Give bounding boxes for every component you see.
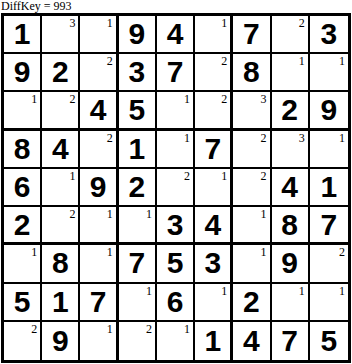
given-digit: 1 (321, 172, 338, 202)
cell-r1c1[interactable]: 1 (4, 16, 42, 54)
cell-r8c9[interactable]: 1 (310, 284, 348, 322)
cell-r6c8[interactable]: 8 (272, 207, 310, 245)
given-digit: 8 (52, 248, 69, 278)
cell-r2c1[interactable]: 9 (4, 54, 42, 92)
cell-r9c4[interactable]: 2 (119, 322, 157, 360)
cell-r3c3[interactable]: 4 (80, 92, 118, 130)
cell-r1c2[interactable]: 3 (42, 16, 80, 54)
given-digit: 1 (52, 287, 69, 317)
page-title: DiffKey = 993 (1, 0, 72, 13)
pencil-mark: 1 (184, 322, 190, 336)
given-digit: 3 (128, 57, 145, 87)
given-digit: 4 (52, 134, 69, 164)
pencil-mark: 1 (107, 245, 113, 259)
cell-r4c6[interactable]: 7 (195, 131, 233, 169)
pencil-mark: 3 (69, 16, 75, 30)
cell-r5c7[interactable]: 2 (233, 169, 271, 207)
pencil-mark: 1 (107, 322, 113, 336)
cell-r8c2[interactable]: 1 (42, 284, 80, 322)
given-digit: 9 (128, 19, 145, 49)
cell-r7c8[interactable]: 9 (272, 245, 310, 283)
given-digit: 4 (204, 210, 221, 240)
cell-r4c7[interactable]: 2 (233, 131, 271, 169)
pencil-mark: 1 (339, 54, 345, 68)
cell-r4c9[interactable]: 1 (310, 131, 348, 169)
given-digit: 5 (167, 248, 184, 278)
cell-r1c8[interactable]: 2 (272, 16, 310, 54)
pencil-mark: 2 (221, 92, 227, 106)
cell-r6c7[interactable]: 1 (233, 207, 271, 245)
cell-r5c6[interactable]: 1 (195, 169, 233, 207)
pencil-mark: 1 (184, 131, 190, 145)
pencil-mark: 1 (146, 207, 152, 221)
given-digit: 5 (321, 326, 338, 356)
cell-r7c7[interactable]: 1 (233, 245, 271, 283)
given-digit: 3 (204, 248, 221, 278)
cell-r9c1[interactable]: 2 (4, 322, 42, 360)
pencil-mark: 1 (107, 207, 113, 221)
given-digit: 6 (167, 287, 184, 317)
given-digit: 3 (321, 19, 338, 49)
given-digit: 2 (281, 95, 298, 125)
cell-r7c3[interactable]: 1 (80, 245, 118, 283)
pencil-mark: 1 (221, 169, 227, 183)
given-digit: 8 (281, 210, 298, 240)
given-digit: 2 (128, 172, 145, 202)
pencil-mark: 2 (69, 207, 75, 221)
pencil-mark: 2 (107, 131, 113, 145)
given-digit: 4 (281, 172, 298, 202)
sudoku-page: DiffKey = 993 13194172392237281112451232… (0, 0, 352, 364)
given-digit: 7 (204, 134, 221, 164)
pencil-mark: 2 (339, 245, 345, 259)
pencil-mark: 2 (221, 54, 227, 68)
pencil-mark: 2 (69, 92, 75, 106)
pencil-mark: 1 (221, 284, 227, 298)
given-digit: 7 (90, 287, 107, 317)
cell-r2c5[interactable]: 7 (157, 54, 195, 92)
cell-r7c1[interactable]: 1 (4, 245, 42, 283)
given-digit: 9 (14, 57, 31, 87)
given-digit: 9 (52, 326, 69, 356)
cell-r1c3[interactable]: 1 (80, 16, 118, 54)
cell-r5c1[interactable]: 6 (4, 169, 42, 207)
cell-r3c2[interactable]: 2 (42, 92, 80, 130)
cell-r5c3[interactable]: 9 (80, 169, 118, 207)
given-digit: 7 (167, 57, 184, 87)
cell-r1c4[interactable]: 9 (119, 16, 157, 54)
cell-r4c2[interactable]: 4 (42, 131, 80, 169)
cell-r1c6[interactable]: 1 (195, 16, 233, 54)
cell-r6c4[interactable]: 1 (119, 207, 157, 245)
cell-r2c8[interactable]: 1 (272, 54, 310, 92)
cell-r4c8[interactable]: 3 (272, 131, 310, 169)
pencil-mark: 1 (339, 284, 345, 298)
given-digit: 7 (243, 19, 260, 49)
given-digit: 9 (321, 95, 338, 125)
cell-r1c9[interactable]: 3 (310, 16, 348, 54)
given-digit: 9 (281, 248, 298, 278)
pencil-mark: 1 (107, 16, 113, 30)
cell-r7c2[interactable]: 8 (42, 245, 80, 283)
cell-r2c6[interactable]: 2 (195, 54, 233, 92)
pencil-mark: 1 (146, 284, 152, 298)
cell-r3c8[interactable]: 2 (272, 92, 310, 130)
cell-r9c9[interactable]: 5 (310, 322, 348, 360)
cell-r2c2[interactable]: 2 (42, 54, 80, 92)
cell-r9c6[interactable]: 1 (195, 322, 233, 360)
pencil-mark: 1 (261, 245, 267, 259)
pencil-mark: 1 (299, 54, 305, 68)
cell-r5c4[interactable]: 2 (119, 169, 157, 207)
cell-r3c4[interactable]: 5 (119, 92, 157, 130)
given-digit: 7 (128, 248, 145, 278)
cell-r9c3[interactable]: 1 (80, 322, 118, 360)
cell-r5c8[interactable]: 4 (272, 169, 310, 207)
cell-r3c7[interactable]: 3 (233, 92, 271, 130)
pencil-mark: 1 (31, 92, 37, 106)
cell-r2c7[interactable]: 8 (233, 54, 271, 92)
cell-r2c3[interactable]: 2 (80, 54, 118, 92)
cell-r8c4[interactable]: 1 (119, 284, 157, 322)
pencil-mark: 3 (299, 131, 305, 145)
given-digit: 4 (90, 95, 107, 125)
given-digit: 1 (14, 19, 31, 49)
cell-r9c2[interactable]: 9 (42, 322, 80, 360)
cell-r5c2[interactable]: 1 (42, 169, 80, 207)
cell-r6c3[interactable]: 1 (80, 207, 118, 245)
given-digit: 4 (243, 326, 260, 356)
cell-r3c1[interactable]: 1 (4, 92, 42, 130)
pencil-mark: 2 (184, 169, 190, 183)
pencil-mark: 2 (299, 16, 305, 30)
cell-r1c5[interactable]: 4 (157, 16, 195, 54)
cell-r8c1[interactable]: 5 (4, 284, 42, 322)
cell-r3c6[interactable]: 2 (195, 92, 233, 130)
cell-r4c1[interactable]: 8 (4, 131, 42, 169)
pencil-mark: 1 (221, 16, 227, 30)
cell-r9c7[interactable]: 4 (233, 322, 271, 360)
cell-r1c7[interactable]: 7 (233, 16, 271, 54)
given-digit: 1 (128, 134, 145, 164)
pencil-mark: 1 (339, 131, 345, 145)
pencil-mark: 1 (299, 284, 305, 298)
given-digit: 7 (281, 326, 298, 356)
cell-r8c6[interactable]: 1 (195, 284, 233, 322)
cell-r3c9[interactable]: 9 (310, 92, 348, 130)
given-digit: 1 (204, 326, 221, 356)
cell-r8c5[interactable]: 6 (157, 284, 195, 322)
pencil-mark: 1 (69, 169, 75, 183)
pencil-mark: 1 (31, 245, 37, 259)
cell-r6c2[interactable]: 2 (42, 207, 80, 245)
cell-r4c3[interactable]: 2 (80, 131, 118, 169)
cell-r3c5[interactable]: 1 (157, 92, 195, 130)
given-digit: 8 (243, 57, 260, 87)
given-digit: 2 (14, 210, 31, 240)
cell-r2c9[interactable]: 1 (310, 54, 348, 92)
cell-r7c4[interactable]: 7 (119, 245, 157, 283)
cell-r8c3[interactable]: 7 (80, 284, 118, 322)
cell-r6c9[interactable]: 7 (310, 207, 348, 245)
cell-r5c5[interactable]: 2 (157, 169, 195, 207)
cell-r7c6[interactable]: 3 (195, 245, 233, 283)
pencil-mark: 3 (261, 92, 267, 106)
pencil-mark: 1 (261, 207, 267, 221)
given-digit: 5 (128, 95, 145, 125)
given-digit: 3 (167, 210, 184, 240)
given-digit: 7 (321, 210, 338, 240)
sudoku-board: 1319417239223728111245123298421172316192… (1, 13, 351, 363)
cell-r6c6[interactable]: 4 (195, 207, 233, 245)
pencil-mark: 2 (261, 169, 267, 183)
given-digit: 5 (14, 287, 31, 317)
cell-r7c9[interactable]: 2 (310, 245, 348, 283)
cell-r8c7[interactable]: 2 (233, 284, 271, 322)
given-digit: 2 (243, 287, 260, 317)
pencil-mark: 2 (107, 54, 113, 68)
cell-r2c4[interactable]: 3 (119, 54, 157, 92)
given-digit: 9 (90, 172, 107, 202)
cell-r9c8[interactable]: 7 (272, 322, 310, 360)
cell-r6c5[interactable]: 3 (157, 207, 195, 245)
cell-r7c5[interactable]: 5 (157, 245, 195, 283)
pencil-mark: 1 (184, 92, 190, 106)
given-digit: 4 (167, 19, 184, 49)
pencil-mark: 2 (146, 322, 152, 336)
given-digit: 6 (14, 172, 31, 202)
cell-r5c9[interactable]: 1 (310, 169, 348, 207)
cell-r4c5[interactable]: 1 (157, 131, 195, 169)
cell-r9c5[interactable]: 1 (157, 322, 195, 360)
cell-r6c1[interactable]: 2 (4, 207, 42, 245)
cell-r4c4[interactable]: 1 (119, 131, 157, 169)
pencil-mark: 2 (261, 131, 267, 145)
cell-r8c8[interactable]: 1 (272, 284, 310, 322)
given-digit: 2 (52, 57, 69, 87)
given-digit: 8 (14, 134, 31, 164)
pencil-mark: 2 (31, 322, 37, 336)
